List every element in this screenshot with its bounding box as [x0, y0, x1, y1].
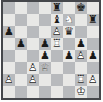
square-f7[interactable]: ♞♘	[63, 14, 75, 26]
square-d4[interactable]: ♟	[39, 50, 51, 62]
square-c7[interactable]	[27, 14, 39, 26]
piece-wP: ♙	[27, 62, 39, 74]
square-b3[interactable]	[15, 62, 27, 74]
piece-wP: ♙	[75, 50, 87, 62]
piece-wP-fill: ♟	[3, 74, 15, 86]
square-h3[interactable]	[87, 62, 99, 74]
piece-wQ-fill: ♛	[39, 62, 51, 74]
square-d5[interactable]: ♟	[39, 38, 51, 50]
square-e4[interactable]	[51, 50, 63, 62]
piece-bP: ♟	[39, 38, 51, 50]
square-a3[interactable]	[3, 62, 15, 74]
piece-wP-fill: ♟	[27, 62, 39, 74]
square-a4[interactable]	[3, 50, 15, 62]
piece-wN: ♘	[63, 14, 75, 26]
piece-bK: ♚	[75, 2, 87, 14]
square-d3[interactable]: ♛♕	[39, 62, 51, 74]
square-f8[interactable]	[63, 2, 75, 14]
square-f4[interactable]: ♟	[63, 50, 75, 62]
piece-bR: ♜	[87, 14, 99, 26]
piece-wK-fill: ♚	[75, 86, 87, 98]
square-g1[interactable]: ♚♔	[75, 86, 87, 98]
piece-wP: ♙	[27, 74, 39, 86]
piece-wP: ♙	[51, 26, 63, 38]
square-b5[interactable]: ♟	[15, 38, 27, 50]
square-f1[interactable]	[63, 86, 75, 98]
square-g7[interactable]	[75, 14, 87, 26]
square-d1[interactable]	[39, 86, 51, 98]
piece-wR: ♖	[51, 38, 63, 50]
piece-wP: ♙	[87, 74, 99, 86]
piece-bP: ♟	[87, 50, 99, 62]
square-h4[interactable]: ♟	[87, 50, 99, 62]
piece-wP-fill: ♟	[75, 50, 87, 62]
square-d6[interactable]	[39, 26, 51, 38]
square-g4[interactable]: ♟♙	[75, 50, 87, 62]
piece-wR-fill: ♜	[51, 38, 63, 50]
square-h5[interactable]	[87, 38, 99, 50]
square-f5[interactable]	[63, 38, 75, 50]
square-d8[interactable]	[39, 2, 51, 14]
square-a7[interactable]	[3, 14, 15, 26]
piece-bP: ♟	[63, 50, 75, 62]
square-b1[interactable]	[15, 86, 27, 98]
square-h7[interactable]: ♜	[87, 14, 99, 26]
square-f3[interactable]	[63, 62, 75, 74]
square-g5[interactable]: ♟	[75, 38, 87, 50]
piece-bB: ♝	[51, 14, 63, 26]
square-e6[interactable]: ♟♙	[51, 26, 63, 38]
square-g6[interactable]	[75, 26, 87, 38]
square-c5[interactable]	[27, 38, 39, 50]
square-c4[interactable]	[27, 50, 39, 62]
square-b8[interactable]	[15, 2, 27, 14]
square-a6[interactable]: ♟	[3, 26, 15, 38]
square-b7[interactable]	[15, 14, 27, 26]
piece-wP-fill: ♟	[27, 74, 39, 86]
square-e8[interactable]: ♜	[51, 2, 63, 14]
piece-bP: ♟	[39, 50, 51, 62]
square-c2[interactable]: ♟♙	[27, 74, 39, 86]
square-c1[interactable]	[27, 86, 39, 98]
square-h6[interactable]	[87, 26, 99, 38]
square-b4[interactable]	[15, 50, 27, 62]
piece-wR-fill: ♜	[75, 74, 87, 86]
piece-wP-fill: ♟	[51, 26, 63, 38]
piece-bP: ♟	[75, 38, 87, 50]
square-e5[interactable]: ♜♖	[51, 38, 63, 50]
square-h1[interactable]	[87, 86, 99, 98]
square-b2[interactable]	[15, 74, 27, 86]
square-c6[interactable]	[27, 26, 39, 38]
square-e1[interactable]	[51, 86, 63, 98]
square-g8[interactable]: ♚	[75, 2, 87, 14]
square-c3[interactable]: ♟♙	[27, 62, 39, 74]
square-a8[interactable]	[3, 2, 15, 14]
piece-wP: ♙	[3, 74, 15, 86]
piece-bP: ♟	[15, 38, 27, 50]
piece-bR: ♜	[51, 2, 63, 14]
square-d2[interactable]	[39, 74, 51, 86]
chess-board: ♜♚♝♞♘♜♟♟♙♛♟♟♜♖♟♟♟♟♙♟♟♙♛♕♟♙♟♙♜♖♟♙♚♔	[3, 2, 99, 98]
square-g3[interactable]	[75, 62, 87, 74]
chess-board-frame: ♜♚♝♞♘♜♟♟♙♛♟♟♜♖♟♟♟♟♙♟♟♙♛♕♟♙♟♙♜♖♟♙♚♔	[1, 0, 101, 100]
square-e3[interactable]	[51, 62, 63, 74]
piece-wN-fill: ♞	[63, 14, 75, 26]
square-e2[interactable]	[51, 74, 63, 86]
square-d7[interactable]	[39, 14, 51, 26]
square-a2[interactable]: ♟♙	[3, 74, 15, 86]
piece-bQ: ♛	[63, 26, 75, 38]
piece-wP-fill: ♟	[87, 74, 99, 86]
square-a5[interactable]	[3, 38, 15, 50]
square-h8[interactable]	[87, 2, 99, 14]
piece-bP: ♟	[3, 26, 15, 38]
square-f2[interactable]	[63, 74, 75, 86]
square-a1[interactable]	[3, 86, 15, 98]
square-e7[interactable]: ♝	[51, 14, 63, 26]
piece-wQ: ♕	[39, 62, 51, 74]
square-h2[interactable]: ♟♙	[87, 74, 99, 86]
square-c8[interactable]	[27, 2, 39, 14]
piece-wR: ♖	[75, 74, 87, 86]
square-f6[interactable]: ♛	[63, 26, 75, 38]
square-g2[interactable]: ♜♖	[75, 74, 87, 86]
piece-wK: ♔	[75, 86, 87, 98]
square-b6[interactable]	[15, 26, 27, 38]
